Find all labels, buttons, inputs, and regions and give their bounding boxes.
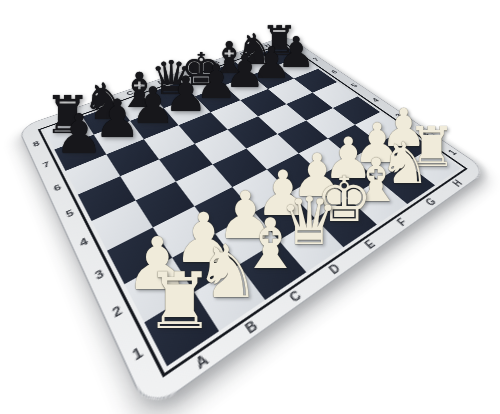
coord-label: 8 — [32, 141, 41, 148]
coord-label: 1 — [131, 346, 145, 363]
coord-label: 5 — [65, 209, 75, 219]
coord-label: 4 — [78, 237, 89, 249]
coord-label: 6 — [53, 184, 63, 193]
coord-label: F — [396, 217, 409, 228]
chessboard-product-photo: AA88BB77CC66DD55EE44FF33GG22HH11 ♜♞♝♛♚♝♞… — [0, 0, 500, 414]
piece-black-pawn-a7[interactable]: ♟ — [54, 106, 103, 161]
coord-label: D — [327, 263, 342, 277]
coord-label: 7 — [42, 161, 51, 169]
coord-label: A — [194, 353, 211, 372]
coord-label: C — [288, 290, 304, 305]
coord-label: 6 — [331, 70, 339, 75]
coord-label: G — [424, 197, 438, 208]
piece-white-rook-a1[interactable]: ♜ — [145, 262, 215, 340]
coord-label: B — [243, 319, 259, 336]
coord-label: 2 — [111, 305, 124, 320]
coord-label: 3 — [94, 269, 106, 282]
coord-label: H — [451, 179, 464, 188]
coord-label: E — [363, 239, 377, 251]
